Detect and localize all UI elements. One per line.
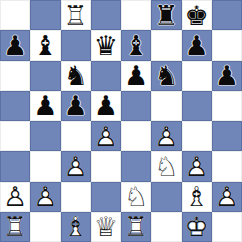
piece-white-queen: ♛♕ bbox=[92, 213, 120, 241]
square-g4[interactable] bbox=[182, 121, 212, 151]
black-piece-glyph-layer: ♟ bbox=[1, 31, 29, 59]
piece-black-pawn: ♟ bbox=[92, 92, 120, 120]
square-b7[interactable]: ♝ bbox=[30, 30, 60, 60]
square-c1[interactable]: ♝♗ bbox=[61, 212, 91, 242]
square-g3[interactable]: ♟♙ bbox=[182, 151, 212, 181]
black-piece-glyph-layer: ♝ bbox=[122, 31, 150, 59]
square-b6[interactable] bbox=[30, 61, 60, 91]
piece-white-bishop: ♝♗ bbox=[183, 183, 211, 211]
white-piece-outline-layer: ♙ bbox=[213, 183, 241, 211]
square-d6[interactable] bbox=[91, 61, 121, 91]
white-piece-outline-layer: ♘ bbox=[152, 152, 180, 180]
square-f2[interactable] bbox=[151, 182, 181, 212]
square-e2[interactable]: ♞♘ bbox=[121, 182, 151, 212]
chess-board: ♜♖♜♚♟♝♛♝♟♞♟♞♟♟♟♟♟♙♟♙♟♙♞♘♟♙♟♙♟♙♞♘♝♗♟♙♜♖♝♗… bbox=[0, 0, 242, 242]
piece-white-pawn: ♟♙ bbox=[213, 183, 241, 211]
piece-white-pawn: ♟♙ bbox=[92, 122, 120, 150]
piece-white-pawn: ♟♙ bbox=[1, 183, 29, 211]
piece-black-knight: ♞ bbox=[152, 62, 180, 90]
piece-black-pawn: ♟ bbox=[122, 62, 150, 90]
square-a1[interactable]: ♜♖ bbox=[0, 212, 30, 242]
square-d5[interactable]: ♟ bbox=[91, 91, 121, 121]
square-f4[interactable]: ♟♙ bbox=[151, 121, 181, 151]
white-piece-outline-layer: ♙ bbox=[152, 122, 180, 150]
square-a3[interactable] bbox=[0, 151, 30, 181]
square-h3[interactable] bbox=[212, 151, 242, 181]
black-piece-glyph-layer: ♟ bbox=[62, 92, 90, 120]
square-b8[interactable] bbox=[30, 0, 60, 30]
black-piece-glyph-layer: ♚ bbox=[183, 1, 211, 29]
white-piece-outline-layer: ♘ bbox=[122, 183, 150, 211]
white-piece-fill-layer: ♟ bbox=[183, 152, 211, 180]
square-f8[interactable]: ♜ bbox=[151, 0, 181, 30]
square-g1[interactable]: ♚♔ bbox=[182, 212, 212, 242]
white-piece-outline-layer: ♙ bbox=[183, 152, 211, 180]
black-piece-glyph-layer: ♜ bbox=[152, 1, 180, 29]
square-a5[interactable] bbox=[0, 91, 30, 121]
square-g2[interactable]: ♝♗ bbox=[182, 182, 212, 212]
square-e5[interactable] bbox=[121, 91, 151, 121]
square-h8[interactable] bbox=[212, 0, 242, 30]
black-piece-glyph-layer: ♝ bbox=[31, 31, 59, 59]
square-h6[interactable]: ♟ bbox=[212, 61, 242, 91]
white-piece-outline-layer: ♙ bbox=[92, 122, 120, 150]
square-g6[interactable] bbox=[182, 61, 212, 91]
square-c5[interactable]: ♟ bbox=[61, 91, 91, 121]
black-piece-glyph-layer: ♟ bbox=[183, 31, 211, 59]
square-f5[interactable] bbox=[151, 91, 181, 121]
white-piece-outline-layer: ♙ bbox=[31, 183, 59, 211]
square-a6[interactable] bbox=[0, 61, 30, 91]
white-piece-fill-layer: ♞ bbox=[122, 183, 150, 211]
square-f6[interactable]: ♞ bbox=[151, 61, 181, 91]
square-f1[interactable] bbox=[151, 212, 181, 242]
white-piece-fill-layer: ♟ bbox=[31, 183, 59, 211]
white-piece-outline-layer: ♙ bbox=[62, 152, 90, 180]
piece-black-queen: ♛ bbox=[92, 31, 120, 59]
piece-black-pawn: ♟ bbox=[62, 92, 90, 120]
square-h7[interactable] bbox=[212, 30, 242, 60]
square-c4[interactable] bbox=[61, 121, 91, 151]
white-piece-outline-layer: ♗ bbox=[183, 183, 211, 211]
black-piece-glyph-layer: ♟ bbox=[31, 92, 59, 120]
white-piece-fill-layer: ♟ bbox=[92, 122, 120, 150]
piece-black-bishop: ♝ bbox=[31, 31, 59, 59]
square-d8[interactable] bbox=[91, 0, 121, 30]
square-a8[interactable] bbox=[0, 0, 30, 30]
square-a7[interactable]: ♟ bbox=[0, 30, 30, 60]
square-c6[interactable]: ♞ bbox=[61, 61, 91, 91]
piece-white-pawn: ♟♙ bbox=[183, 152, 211, 180]
square-e6[interactable]: ♟ bbox=[121, 61, 151, 91]
square-c2[interactable] bbox=[61, 182, 91, 212]
square-d2[interactable] bbox=[91, 182, 121, 212]
piece-black-pawn: ♟ bbox=[1, 31, 29, 59]
white-piece-fill-layer: ♜ bbox=[1, 213, 29, 241]
white-piece-fill-layer: ♞ bbox=[152, 152, 180, 180]
square-c7[interactable] bbox=[61, 30, 91, 60]
square-h4[interactable] bbox=[212, 121, 242, 151]
piece-white-bishop: ♝♗ bbox=[62, 213, 90, 241]
square-d7[interactable]: ♛ bbox=[91, 30, 121, 60]
black-piece-glyph-layer: ♞ bbox=[152, 62, 180, 90]
square-e3[interactable] bbox=[121, 151, 151, 181]
black-piece-glyph-layer: ♟ bbox=[122, 62, 150, 90]
square-b2[interactable]: ♟♙ bbox=[30, 182, 60, 212]
square-e7[interactable]: ♝ bbox=[121, 30, 151, 60]
white-piece-outline-layer: ♕ bbox=[92, 213, 120, 241]
square-b5[interactable]: ♟ bbox=[30, 91, 60, 121]
white-piece-fill-layer: ♟ bbox=[213, 183, 241, 211]
piece-black-bishop: ♝ bbox=[122, 31, 150, 59]
square-h2[interactable]: ♟♙ bbox=[212, 182, 242, 212]
square-f7[interactable] bbox=[151, 30, 181, 60]
piece-white-knight: ♞♘ bbox=[152, 152, 180, 180]
white-piece-outline-layer: ♗ bbox=[62, 213, 90, 241]
black-piece-glyph-layer: ♞ bbox=[62, 62, 90, 90]
square-g7[interactable]: ♟ bbox=[182, 30, 212, 60]
piece-white-rook: ♜♖ bbox=[1, 213, 29, 241]
piece-white-pawn: ♟♙ bbox=[152, 122, 180, 150]
piece-white-rook: ♜♖ bbox=[62, 1, 90, 29]
square-a2[interactable]: ♟♙ bbox=[0, 182, 30, 212]
white-piece-outline-layer: ♙ bbox=[1, 183, 29, 211]
white-piece-fill-layer: ♛ bbox=[92, 213, 120, 241]
white-piece-outline-layer: ♖ bbox=[62, 1, 90, 29]
piece-black-pawn: ♟ bbox=[213, 62, 241, 90]
square-e8[interactable] bbox=[121, 0, 151, 30]
square-f3[interactable]: ♞♘ bbox=[151, 151, 181, 181]
piece-black-pawn: ♟ bbox=[183, 31, 211, 59]
square-d3[interactable] bbox=[91, 151, 121, 181]
square-c3[interactable]: ♟♙ bbox=[61, 151, 91, 181]
square-a4[interactable] bbox=[0, 121, 30, 151]
square-h1[interactable] bbox=[212, 212, 242, 242]
square-b1[interactable] bbox=[30, 212, 60, 242]
square-c8[interactable]: ♜♖ bbox=[61, 0, 91, 30]
piece-white-king: ♚♔ bbox=[183, 213, 211, 241]
white-piece-fill-layer: ♜ bbox=[62, 1, 90, 29]
square-d4[interactable]: ♟♙ bbox=[91, 121, 121, 151]
piece-black-rook: ♜ bbox=[152, 1, 180, 29]
white-piece-fill-layer: ♟ bbox=[1, 183, 29, 211]
square-b4[interactable] bbox=[30, 121, 60, 151]
piece-white-pawn: ♟♙ bbox=[31, 183, 59, 211]
square-g5[interactable] bbox=[182, 91, 212, 121]
piece-black-knight: ♞ bbox=[62, 62, 90, 90]
piece-white-rook: ♜♖ bbox=[122, 213, 150, 241]
black-piece-glyph-layer: ♟ bbox=[213, 62, 241, 90]
white-piece-fill-layer: ♚ bbox=[183, 213, 211, 241]
square-h5[interactable] bbox=[212, 91, 242, 121]
square-e4[interactable] bbox=[121, 121, 151, 151]
square-b3[interactable] bbox=[30, 151, 60, 181]
piece-black-king: ♚ bbox=[183, 1, 211, 29]
white-piece-outline-layer: ♖ bbox=[122, 213, 150, 241]
white-piece-fill-layer: ♜ bbox=[122, 213, 150, 241]
square-d1[interactable]: ♛♕ bbox=[91, 212, 121, 242]
white-piece-fill-layer: ♝ bbox=[62, 213, 90, 241]
white-piece-fill-layer: ♟ bbox=[152, 122, 180, 150]
white-piece-fill-layer: ♝ bbox=[183, 183, 211, 211]
black-piece-glyph-layer: ♛ bbox=[92, 31, 120, 59]
piece-black-pawn: ♟ bbox=[31, 92, 59, 120]
piece-white-knight: ♞♘ bbox=[122, 183, 150, 211]
white-piece-fill-layer: ♟ bbox=[62, 152, 90, 180]
piece-white-pawn: ♟♙ bbox=[62, 152, 90, 180]
white-piece-outline-layer: ♖ bbox=[1, 213, 29, 241]
square-g8[interactable]: ♚ bbox=[182, 0, 212, 30]
white-piece-outline-layer: ♔ bbox=[183, 213, 211, 241]
square-e1[interactable]: ♜♖ bbox=[121, 212, 151, 242]
black-piece-glyph-layer: ♟ bbox=[92, 92, 120, 120]
